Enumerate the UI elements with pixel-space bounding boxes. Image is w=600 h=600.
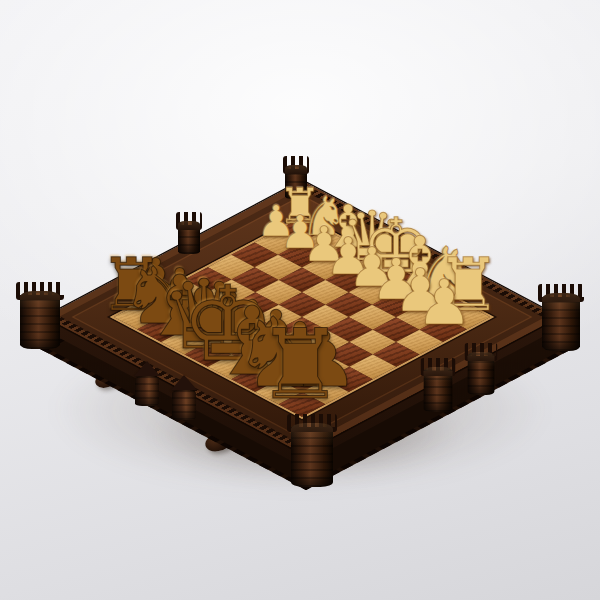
- roof-turret-lower-left-b: [172, 390, 196, 420]
- rail-tower-lower-right-a: [468, 352, 495, 395]
- roof-turret-lower-left-a: [135, 376, 159, 406]
- corner-tower-far: [285, 165, 307, 199]
- rail-tower-lower-right-b: [424, 367, 453, 412]
- corner-tower-near: [291, 423, 333, 487]
- corner-tower-left: [20, 291, 60, 349]
- rail-tower-upper-left: [178, 221, 200, 254]
- photo-scene: ♜♞♝♛♚♝♞♜♟♟♟♟♟♟♟♟♟♟♟♟♟♟♟♟♜♞♝♛♚♝♞♜: [0, 0, 600, 600]
- corner-tower-right: [542, 293, 580, 351]
